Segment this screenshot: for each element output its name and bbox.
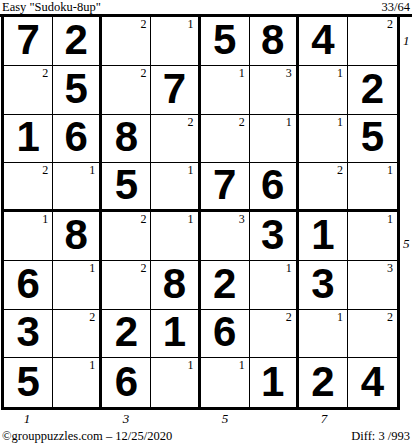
- cell-r6c5[interactable]: 2: [201, 261, 250, 310]
- given-digit: 8: [65, 214, 88, 256]
- cell-r3c6[interactable]: 1: [250, 115, 299, 164]
- pencil-mark: 3: [286, 66, 292, 80]
- given-digit: 2: [311, 361, 334, 403]
- cell-r5c3[interactable]: 2: [102, 212, 151, 261]
- cell-r8c8[interactable]: 4: [348, 358, 397, 407]
- given-digit: 4: [361, 361, 384, 403]
- cell-r7c4[interactable]: 1: [151, 310, 200, 359]
- pencil-mark: 1: [337, 310, 343, 324]
- cell-r1c8[interactable]: 2: [348, 17, 397, 66]
- copyright-text: ©grouppuzzles.com – 12/25/2020: [2, 429, 172, 444]
- given-digit: 6: [65, 116, 88, 158]
- cell-r1c7[interactable]: 4: [299, 17, 348, 66]
- cell-r8c3[interactable]: 6: [102, 358, 151, 407]
- cell-r7c7[interactable]: 1: [299, 310, 348, 359]
- pencil-mark: 1: [286, 115, 292, 129]
- pencil-mark: 1: [188, 358, 194, 372]
- cell-r5c1[interactable]: 1: [4, 212, 53, 261]
- given-digit: 7: [163, 68, 186, 110]
- pencil-mark: 1: [387, 212, 393, 226]
- cell-r8c4[interactable]: 1: [151, 358, 200, 407]
- pencil-mark: 1: [89, 358, 95, 372]
- cell-r3c5[interactable]: 2: [201, 115, 250, 164]
- cell-r6c7[interactable]: 3: [299, 261, 348, 310]
- given-digit: 8: [115, 116, 138, 158]
- given-digit: 3: [261, 214, 284, 256]
- cell-r3c8[interactable]: 5: [348, 115, 397, 164]
- cell-r6c8[interactable]: 3: [348, 261, 397, 310]
- cell-r8c1[interactable]: 5: [4, 358, 53, 407]
- pencil-mark: 2: [387, 310, 393, 324]
- pencil-mark: 1: [387, 163, 393, 177]
- cell-r3c4[interactable]: 2: [151, 115, 200, 164]
- cell-r8c7[interactable]: 2: [299, 358, 348, 407]
- cell-r4c8[interactable]: 1: [348, 163, 397, 212]
- pencil-mark: 2: [387, 17, 393, 31]
- given-digit: 8: [261, 19, 284, 61]
- pencil-mark: 2: [140, 66, 146, 80]
- cell-r5c4[interactable]: 1: [151, 212, 200, 261]
- given-digit: 6: [213, 311, 236, 353]
- cell-r3c2[interactable]: 6: [53, 115, 102, 164]
- cell-r2c3[interactable]: 2: [102, 66, 151, 115]
- cell-r8c2[interactable]: 1: [53, 358, 102, 407]
- col-label-7: 7: [309, 411, 339, 427]
- cell-r5c6[interactable]: 3: [250, 212, 299, 261]
- cell-r7c5[interactable]: 6: [201, 310, 250, 359]
- row-label-1: 1: [403, 33, 412, 48]
- cell-r7c1[interactable]: 3: [4, 310, 53, 359]
- cell-r2c4[interactable]: 7: [151, 66, 200, 115]
- cell-r4c7[interactable]: 2: [299, 163, 348, 212]
- puzzle-page: Easy "Sudoku-8up" 33/64 7221584225271312…: [0, 0, 412, 447]
- cell-r4c1[interactable]: 2: [4, 163, 53, 212]
- cell-r5c5[interactable]: 3: [201, 212, 250, 261]
- row-label-5: 5: [403, 236, 412, 251]
- cell-r3c3[interactable]: 8: [102, 115, 151, 164]
- col-label-5: 5: [210, 411, 240, 427]
- cell-r4c2[interactable]: 1: [53, 163, 102, 212]
- col-label-3: 3: [111, 411, 141, 427]
- cell-r3c1[interactable]: 1: [4, 115, 53, 164]
- cell-r2c6[interactable]: 3: [250, 66, 299, 115]
- pencil-mark: 3: [239, 212, 245, 226]
- pencil-mark: 1: [239, 358, 245, 372]
- cell-r2c8[interactable]: 2: [348, 66, 397, 115]
- pencil-mark: 2: [337, 163, 343, 177]
- given-digit: 6: [261, 164, 284, 206]
- pencil-mark: 1: [239, 66, 245, 80]
- difficulty-text: Diff: 3 /993: [351, 429, 410, 444]
- sudoku-board: 7221584225271312168221152151762118213311…: [1, 17, 400, 410]
- pencil-mark: 1: [42, 212, 48, 226]
- pencil-mark: 1: [286, 261, 292, 275]
- cell-r4c3[interactable]: 5: [102, 163, 151, 212]
- cell-r1c3[interactable]: 2: [102, 17, 151, 66]
- given-digit: 5: [213, 19, 236, 61]
- given-digit: 4: [311, 19, 334, 61]
- cell-r1c4[interactable]: 1: [151, 17, 200, 66]
- cell-r7c2[interactable]: 2: [53, 310, 102, 359]
- pencil-mark: 2: [140, 17, 146, 31]
- cell-r8c6[interactable]: 1: [250, 358, 299, 407]
- pencil-mark: 2: [286, 310, 292, 324]
- cell-r5c8[interactable]: 1: [348, 212, 397, 261]
- pencil-mark: 1: [89, 163, 95, 177]
- page-title: Easy "Sudoku-8up": [2, 0, 101, 14]
- cell-r6c1[interactable]: 6: [4, 261, 53, 310]
- cell-r6c2[interactable]: 1: [53, 261, 102, 310]
- cell-r2c1[interactable]: 2: [4, 66, 53, 115]
- given-digit: 3: [311, 263, 334, 305]
- given-digit: 5: [115, 164, 138, 206]
- given-digit: 1: [16, 116, 39, 158]
- pencil-mark: 1: [337, 66, 343, 80]
- cell-r7c3[interactable]: 2: [102, 310, 151, 359]
- puzzle-counter: 33/64: [382, 0, 410, 14]
- pencil-mark: 1: [188, 163, 194, 177]
- pencil-mark: 2: [89, 310, 95, 324]
- given-digit: 6: [115, 361, 138, 403]
- given-digit: 2: [65, 19, 88, 61]
- cell-r2c5[interactable]: 1: [201, 66, 250, 115]
- pencil-mark: 1: [188, 17, 194, 31]
- pencil-mark: 2: [239, 115, 245, 129]
- given-digit: 7: [16, 19, 39, 61]
- cell-r4c5[interactable]: 7: [201, 163, 250, 212]
- pencil-mark: 2: [42, 66, 48, 80]
- pencil-mark: 1: [188, 212, 194, 226]
- given-digit: 5: [361, 116, 384, 158]
- cell-r1c1[interactable]: 7: [4, 17, 53, 66]
- pencil-mark: 2: [140, 212, 146, 226]
- cell-r6c4[interactable]: 8: [151, 261, 200, 310]
- cell-r1c6[interactable]: 8: [250, 17, 299, 66]
- cell-r7c8[interactable]: 2: [348, 310, 397, 359]
- given-digit: 8: [163, 263, 186, 305]
- given-digit: 1: [311, 214, 334, 256]
- pencil-mark: 2: [188, 115, 194, 129]
- cell-r5c7[interactable]: 1: [299, 212, 348, 261]
- given-digit: 1: [163, 311, 186, 353]
- given-digit: 6: [16, 263, 39, 305]
- given-digit: 2: [361, 68, 384, 110]
- cell-r1c2[interactable]: 2: [53, 17, 102, 66]
- cell-r7c6[interactable]: 2: [250, 310, 299, 359]
- cell-r2c7[interactable]: 1: [299, 66, 348, 115]
- given-digit: 1: [261, 361, 284, 403]
- given-digit: 2: [213, 263, 236, 305]
- cell-r6c3[interactable]: 2: [102, 261, 151, 310]
- col-label-1: 1: [12, 411, 42, 427]
- given-digit: 3: [16, 311, 39, 353]
- given-digit: 7: [213, 164, 236, 206]
- cell-r2c2[interactable]: 5: [53, 66, 102, 115]
- given-digit: 2: [115, 311, 138, 353]
- cell-r5c2[interactable]: 8: [53, 212, 102, 261]
- given-digit: 5: [65, 68, 88, 110]
- pencil-mark: 3: [387, 261, 393, 275]
- given-digit: 5: [16, 361, 39, 403]
- pencil-mark: 2: [42, 163, 48, 177]
- cell-r4c4[interactable]: 1: [151, 163, 200, 212]
- pencil-mark: 1: [337, 115, 343, 129]
- cell-r1c5[interactable]: 5: [201, 17, 250, 66]
- cell-r3c7[interactable]: 1: [299, 115, 348, 164]
- cell-r4c6[interactable]: 6: [250, 163, 299, 212]
- cell-r6c6[interactable]: 1: [250, 261, 299, 310]
- pencil-mark: 2: [140, 261, 146, 275]
- cell-r8c5[interactable]: 1: [201, 358, 250, 407]
- pencil-mark: 1: [89, 261, 95, 275]
